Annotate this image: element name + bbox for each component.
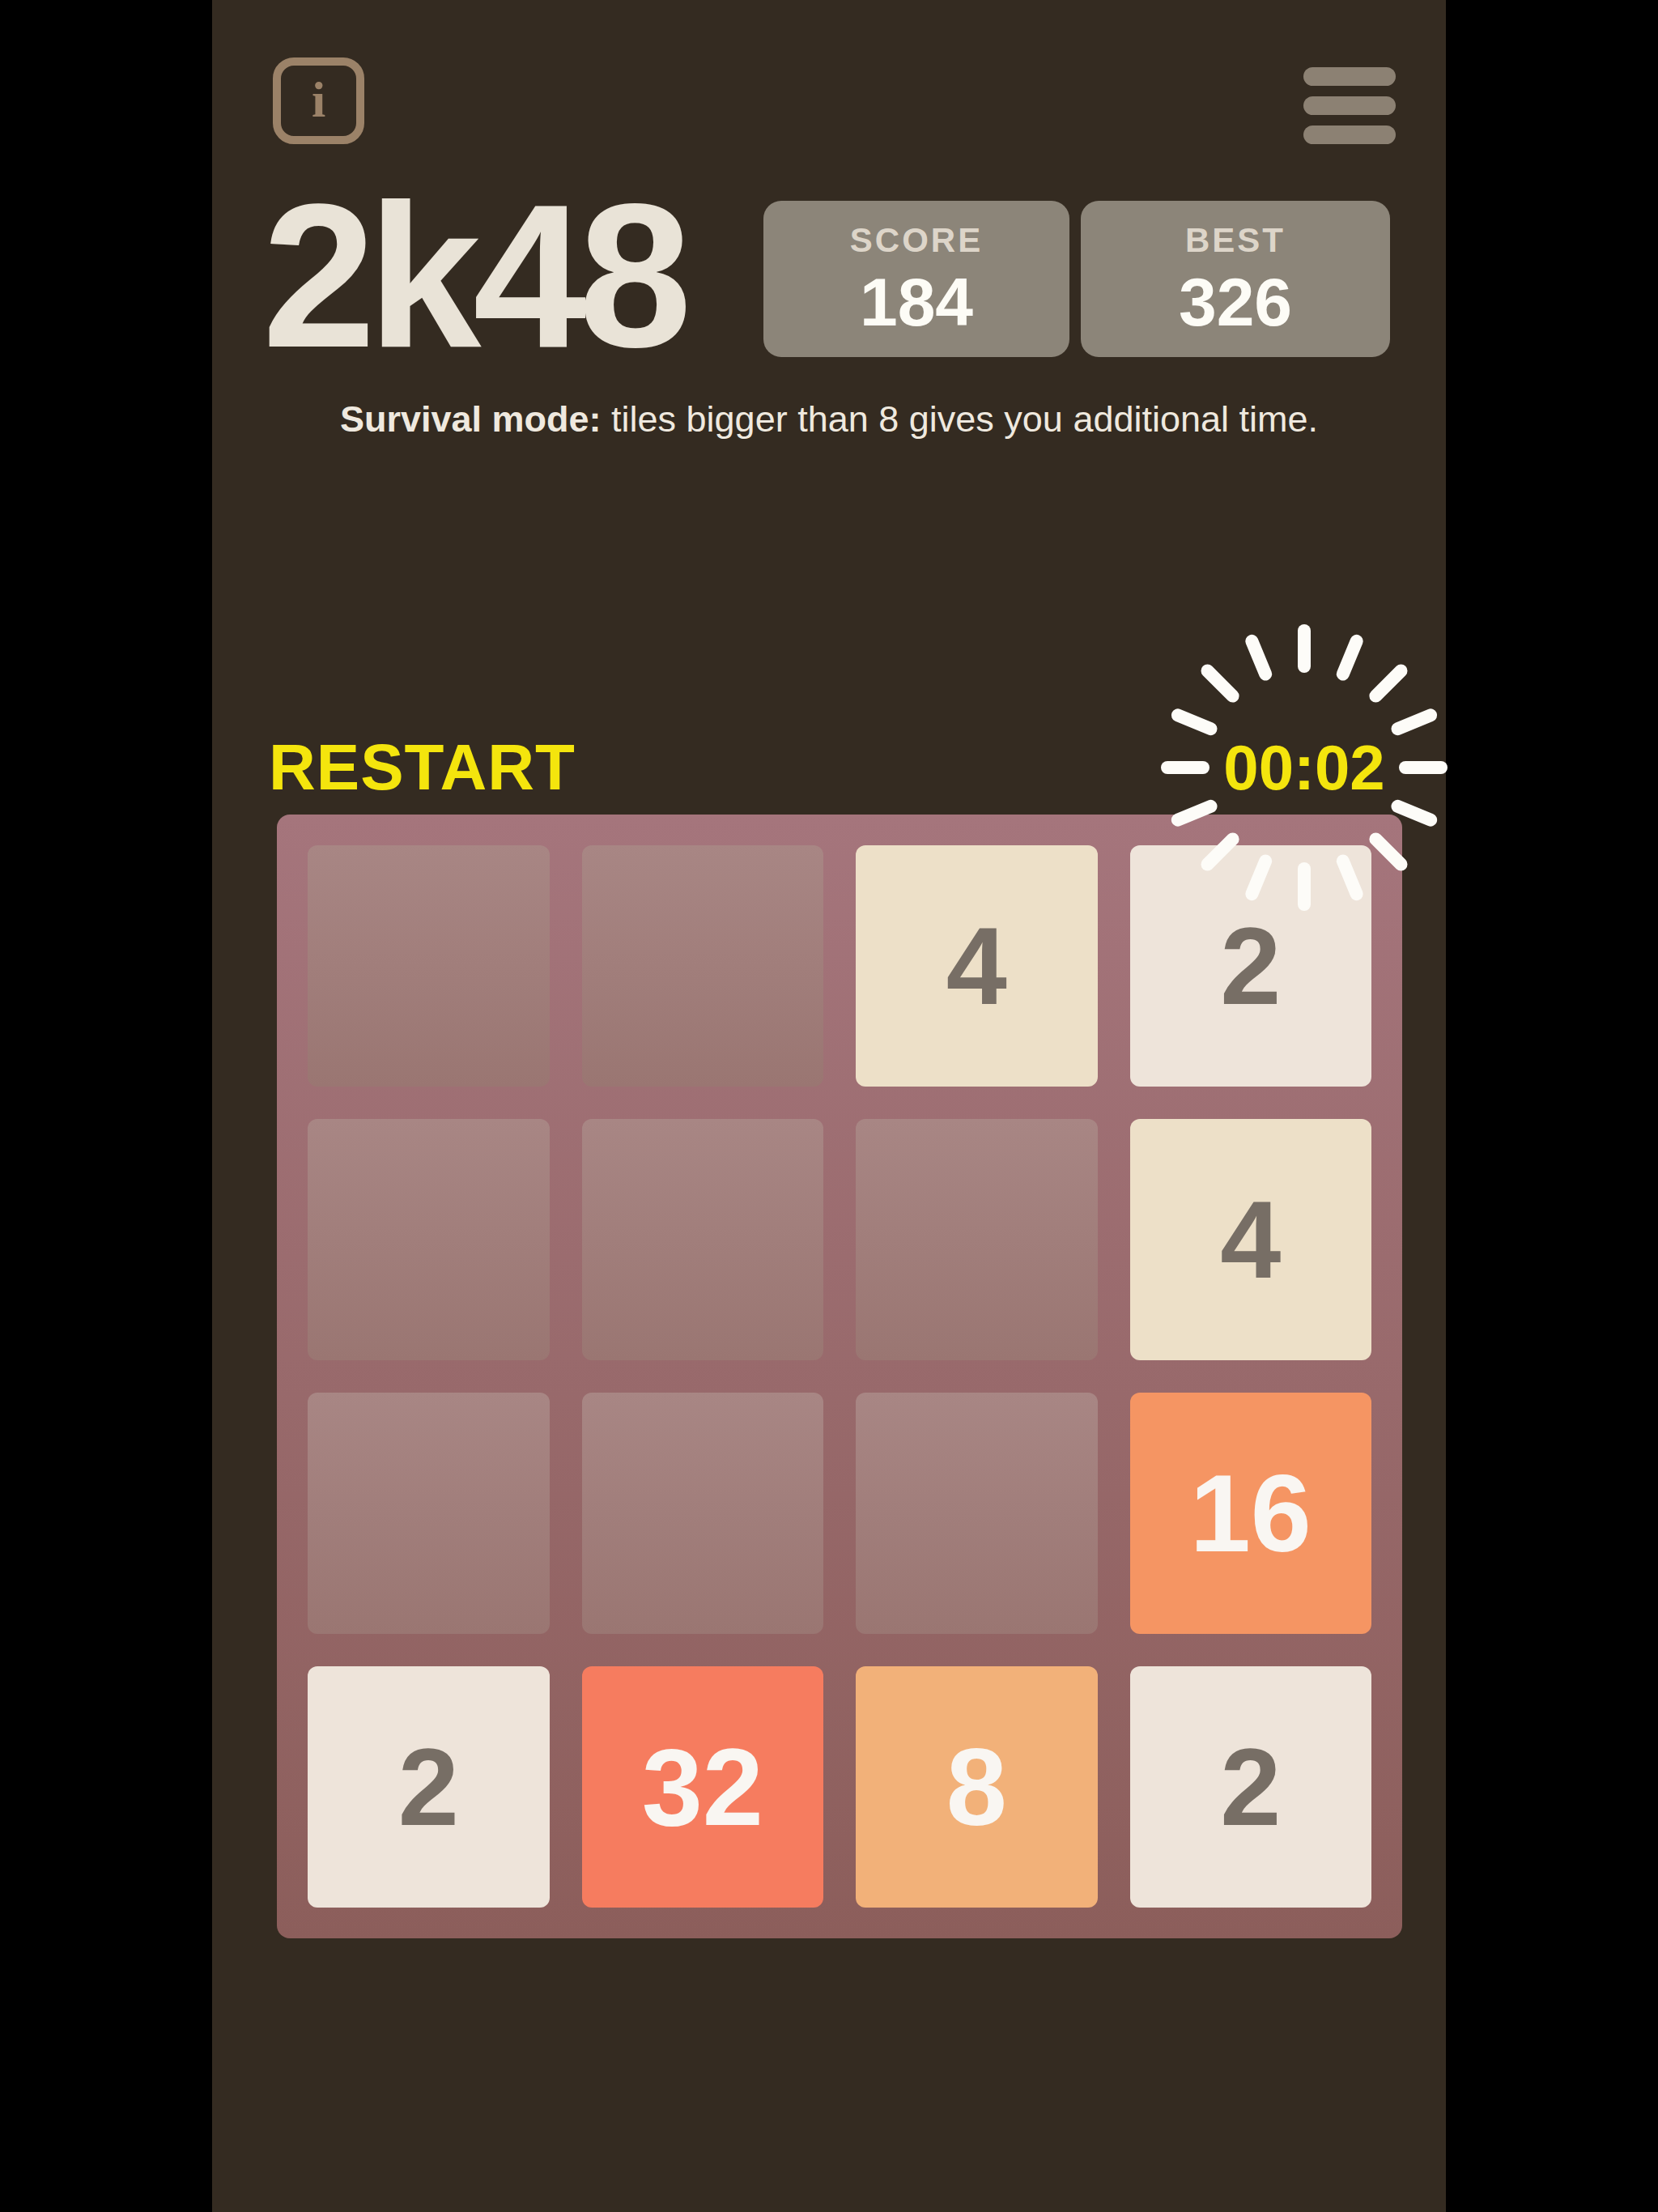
empty-cell-r3c3 xyxy=(856,1393,1098,1634)
countdown-timer: 00:02 xyxy=(1223,736,1385,799)
empty-cell-r2c3 xyxy=(856,1119,1098,1360)
tile-2-r4c4: 2 xyxy=(1130,1666,1372,1908)
clock-tick xyxy=(1399,761,1448,774)
score-label: SCORE xyxy=(850,221,983,260)
mode-description-bold: Survival mode: xyxy=(340,398,602,440)
clock-tick xyxy=(1198,661,1242,705)
tile-16-r3c4: 16 xyxy=(1130,1393,1372,1634)
empty-cell-r2c1 xyxy=(308,1119,550,1360)
app-root: i 2k48 SCORE 184 BEST 326 Survival mode:… xyxy=(212,0,1446,2212)
empty-cell-r1c2 xyxy=(582,845,824,1087)
clock-tick xyxy=(1243,632,1274,683)
clock-tick xyxy=(1161,761,1209,774)
hamburger-icon xyxy=(1303,67,1396,86)
info-icon: i xyxy=(312,74,325,125)
clock-tick xyxy=(1367,661,1410,705)
tile-2-r4c1: 2 xyxy=(308,1666,550,1908)
tile-32-r4c2: 32 xyxy=(582,1666,824,1908)
empty-cell-r2c2 xyxy=(582,1119,824,1360)
best-value: 326 xyxy=(1179,263,1292,342)
hamburger-icon xyxy=(1303,125,1396,144)
page-title: 2k48 xyxy=(262,193,684,360)
score-box: SCORE 184 xyxy=(763,201,1069,357)
tile-4-r2c4: 4 xyxy=(1130,1119,1372,1360)
clock-tick xyxy=(1169,707,1219,738)
mode-description-rest: tiles bigger than 8 gives you additional… xyxy=(602,398,1319,440)
empty-cell-r3c2 xyxy=(582,1393,824,1634)
info-button[interactable]: i xyxy=(273,57,364,144)
score-value: 184 xyxy=(860,263,973,342)
empty-cell-r1c1 xyxy=(308,845,550,1087)
best-label: BEST xyxy=(1185,221,1286,260)
mode-description: Survival mode: tiles bigger than 8 gives… xyxy=(212,398,1446,440)
best-box: BEST 326 xyxy=(1081,201,1390,357)
restart-button[interactable]: RESTART xyxy=(269,735,576,800)
tile-8-r4c3: 8 xyxy=(856,1666,1098,1908)
empty-cell-r3c1 xyxy=(308,1393,550,1634)
game-board[interactable]: 4241623282 xyxy=(277,815,1402,1938)
menu-button[interactable] xyxy=(1303,67,1396,144)
clock-tick xyxy=(1389,707,1439,738)
tile-4-r1c3: 4 xyxy=(856,845,1098,1087)
clock-tick xyxy=(1298,862,1311,911)
hamburger-icon xyxy=(1303,96,1396,115)
clock-tick xyxy=(1334,632,1365,683)
clock-tick xyxy=(1298,624,1311,673)
